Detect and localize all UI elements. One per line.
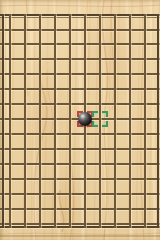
cursor-marker — [92, 111, 108, 127]
grid-line-v — [129, 14, 131, 228]
grid-line-v — [157, 14, 159, 228]
bracket-corner-highlight — [102, 113, 106, 117]
grid-line-v — [39, 14, 41, 228]
board-left-rim — [2, 14, 4, 228]
grid-line-v — [69, 14, 71, 228]
go-board[interactable] — [0, 0, 160, 240]
grid-line-v — [114, 14, 116, 228]
bracket-corner-highlight — [102, 121, 106, 125]
grid-line-v — [54, 14, 56, 228]
phone-screen — [0, 0, 160, 240]
bracket-corner-highlight — [94, 121, 98, 125]
black-stone — [78, 112, 92, 126]
grid-line-v — [9, 14, 11, 228]
frame-seam — [0, 235, 160, 237]
grid-line-v — [24, 14, 26, 228]
grid-line-v — [144, 14, 146, 228]
bracket-corner-highlight — [94, 113, 98, 117]
